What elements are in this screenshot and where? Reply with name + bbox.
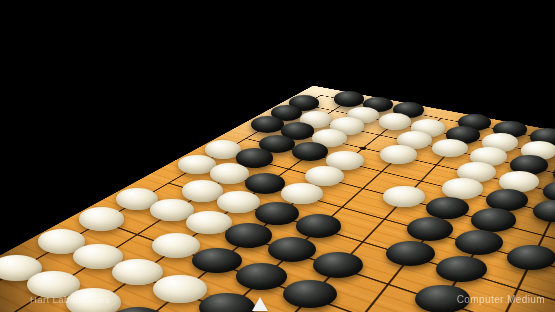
board-scene (0, 0, 555, 312)
opponent-label: Computer Medium (457, 294, 545, 305)
watermark-label: Hart Laboratories (30, 294, 110, 305)
go-game-screen: Hart Laboratories Computer Medium (0, 0, 555, 312)
board-grid (0, 88, 555, 312)
mouse-cursor-icon (252, 297, 268, 311)
go-board[interactable] (0, 86, 555, 312)
